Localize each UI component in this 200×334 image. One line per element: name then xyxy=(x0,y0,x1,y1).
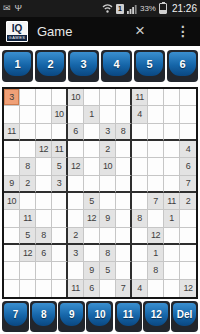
cell-r4c6[interactable] xyxy=(84,141,100,158)
cell-r9c11[interactable] xyxy=(164,228,180,245)
key-8[interactable]: 8 xyxy=(30,301,57,332)
cell-r9c3[interactable]: 8 xyxy=(36,228,52,245)
cell-r3c10[interactable] xyxy=(148,124,164,141)
cell-r8c9[interactable]: 8 xyxy=(132,210,148,227)
cell-r10c3[interactable]: 6 xyxy=(36,245,52,262)
cell-r10c1[interactable] xyxy=(4,245,20,262)
key-9[interactable]: 9 xyxy=(58,301,85,332)
cell-r9c8[interactable] xyxy=(116,228,132,245)
cell-r9c1[interactable] xyxy=(4,228,20,245)
cell-r12c9[interactable]: 4 xyxy=(132,280,148,297)
cell-r1c7[interactable] xyxy=(100,89,116,106)
cell-r7c7[interactable] xyxy=(100,193,116,210)
cell-r12c6[interactable]: 6 xyxy=(84,280,100,297)
cell-r11c7[interactable]: 5 xyxy=(100,262,116,279)
cell-r3c8[interactable]: 8 xyxy=(116,124,132,141)
cell-r1c12[interactable] xyxy=(180,89,196,106)
cell-r8c4[interactable] xyxy=(52,210,68,227)
cell-r9c9[interactable] xyxy=(132,228,148,245)
cell-r10c9[interactable] xyxy=(132,245,148,262)
cell-r3c1[interactable]: 11 xyxy=(4,124,20,141)
cell-r12c8[interactable]: 7 xyxy=(116,280,132,297)
cell-r3c11[interactable] xyxy=(164,124,180,141)
cell-r9c6[interactable] xyxy=(84,228,100,245)
cell-r8c12[interactable] xyxy=(180,210,196,227)
cell-r5c6[interactable] xyxy=(84,158,100,175)
cell-r4c12[interactable]: 4 xyxy=(180,141,196,158)
cell-r1c4[interactable] xyxy=(52,89,68,106)
cell-r11c9[interactable] xyxy=(132,262,148,279)
cell-r2c9[interactable]: 4 xyxy=(132,106,148,123)
cell-r5c2[interactable]: 8 xyxy=(20,158,36,175)
cell-r12c1[interactable] xyxy=(4,280,20,297)
cell-r11c11[interactable] xyxy=(164,262,180,279)
cell-r4c5[interactable] xyxy=(68,141,84,158)
cell-r4c7[interactable]: 2 xyxy=(100,141,116,158)
cell-r10c7[interactable]: 8 xyxy=(100,245,116,262)
key-face-4: 4 xyxy=(103,52,130,76)
wifi-icon xyxy=(102,4,113,13)
cell-r6c3[interactable] xyxy=(36,176,52,193)
keypad-top: 123456 xyxy=(0,50,200,82)
cell-r6c4[interactable]: 3 xyxy=(52,176,68,193)
cell-r8c8[interactable] xyxy=(116,210,132,227)
cell-r6c12[interactable]: 7 xyxy=(180,176,196,193)
cell-r12c4[interactable] xyxy=(52,280,68,297)
cell-r7c2[interactable] xyxy=(20,193,36,210)
cell-r11c4[interactable] xyxy=(52,262,68,279)
battery-icon xyxy=(159,3,167,14)
cell-r12c7[interactable] xyxy=(100,280,116,297)
cell-r5c1[interactable] xyxy=(4,158,20,175)
cell-r11c1[interactable] xyxy=(4,262,20,279)
cell-r8c10[interactable] xyxy=(148,210,164,227)
cell-r2c2[interactable] xyxy=(20,106,36,123)
logo-subtext: GAMES xyxy=(7,35,27,41)
logo-text: IQ xyxy=(12,22,23,35)
cell-r2c1[interactable] xyxy=(4,106,20,123)
cell-r11c2[interactable] xyxy=(20,262,36,279)
key-face-10: 10 xyxy=(88,303,111,326)
cell-r5c3[interactable] xyxy=(36,158,52,175)
key-10[interactable]: 10 xyxy=(86,301,113,332)
cell-r12c10[interactable] xyxy=(148,280,164,297)
cell-r5c11[interactable] xyxy=(164,158,180,175)
cell-r7c4[interactable] xyxy=(52,193,68,210)
cell-r7c9[interactable] xyxy=(132,193,148,210)
key-face-6: 6 xyxy=(169,52,196,76)
key-7[interactable]: 7 xyxy=(2,301,29,332)
cell-r4c1[interactable] xyxy=(4,141,20,158)
cell-r6c2[interactable]: 2 xyxy=(20,176,36,193)
key-face-del: Del xyxy=(173,303,196,326)
cell-r4c2[interactable] xyxy=(20,141,36,158)
key-face-12: 12 xyxy=(145,303,168,326)
cell-r7c1[interactable]: 10 xyxy=(4,193,20,210)
cell-r12c11[interactable] xyxy=(164,280,180,297)
cell-r4c9[interactable] xyxy=(132,141,148,158)
cell-r6c8[interactable] xyxy=(116,176,132,193)
cell-r4c3[interactable]: 12 xyxy=(36,141,52,158)
cell-r11c10[interactable]: 8 xyxy=(148,262,164,279)
cell-r8c1[interactable] xyxy=(4,210,20,227)
key-2[interactable]: 2 xyxy=(35,50,66,82)
cell-r2c10[interactable] xyxy=(148,106,164,123)
cell-r1c6[interactable] xyxy=(84,89,100,106)
cell-r3c5[interactable]: 6 xyxy=(68,124,84,141)
cell-r6c7[interactable] xyxy=(100,176,116,193)
cell-r1c1[interactable]: 3 xyxy=(4,89,20,106)
cell-r11c5[interactable] xyxy=(68,262,84,279)
cell-r7c6[interactable]: 5 xyxy=(84,193,100,210)
keypad-bottom: 789101112Del xyxy=(0,301,200,332)
cell-r7c11[interactable]: 11 xyxy=(164,193,180,210)
cell-r11c3[interactable] xyxy=(36,262,52,279)
key-4[interactable]: 4 xyxy=(101,50,132,82)
cell-r12c12[interactable]: 12 xyxy=(180,280,196,297)
cell-r10c10[interactable]: 1 xyxy=(148,245,164,262)
key-face-8: 8 xyxy=(32,303,55,326)
cell-r7c10[interactable]: 7 xyxy=(148,193,164,210)
cell-r10c11[interactable] xyxy=(164,245,180,262)
cell-r1c11[interactable] xyxy=(164,89,180,106)
cell-r8c11[interactable]: 1 xyxy=(164,210,180,227)
cell-r6c6[interactable] xyxy=(84,176,100,193)
page-title: Game xyxy=(37,24,72,39)
key-11[interactable]: 11 xyxy=(115,301,142,332)
message-icon: ✉ xyxy=(3,4,11,13)
cell-r6c5[interactable] xyxy=(68,176,84,193)
cell-r3c4[interactable] xyxy=(52,124,68,141)
cell-r1c9[interactable]: 11 xyxy=(132,89,148,106)
status-bar: ✉ Ψ 1 33% 21:26 xyxy=(0,0,200,17)
cell-r5c7[interactable]: 10 xyxy=(100,158,116,175)
cell-r2c5[interactable] xyxy=(68,106,84,123)
cell-r3c7[interactable]: 3 xyxy=(100,124,116,141)
battery-percent: 33% xyxy=(140,4,156,13)
cell-r1c5[interactable]: 10 xyxy=(68,89,84,106)
cell-r3c3[interactable] xyxy=(36,124,52,141)
cell-r10c4[interactable] xyxy=(52,245,68,262)
key-6[interactable]: 6 xyxy=(167,50,198,82)
iq-games-logo: IQ GAMES xyxy=(6,21,28,42)
cell-r9c4[interactable] xyxy=(52,228,68,245)
app-bar: IQ GAMES Game × ⋮ xyxy=(0,17,200,46)
cell-r9c12[interactable] xyxy=(180,228,196,245)
cell-r3c2[interactable] xyxy=(20,124,36,141)
cell-r5c4[interactable]: 5 xyxy=(52,158,68,175)
cell-r2c3[interactable] xyxy=(36,106,52,123)
cell-r10c2[interactable]: 12 xyxy=(20,245,36,262)
sim-badge: 1 xyxy=(116,4,124,14)
cell-r9c10[interactable]: 12 xyxy=(148,228,164,245)
cell-r6c10[interactable] xyxy=(148,176,164,193)
key-face-9: 9 xyxy=(60,303,83,326)
cell-r12c5[interactable]: 11 xyxy=(68,280,84,297)
cell-r1c10[interactable] xyxy=(148,89,164,106)
cell-r3c6[interactable] xyxy=(84,124,100,141)
cell-r4c11[interactable] xyxy=(164,141,180,158)
cell-r8c3[interactable] xyxy=(36,210,52,227)
signal-icon xyxy=(127,4,137,14)
cell-r8c6[interactable]: 12 xyxy=(84,210,100,227)
cell-r9c7[interactable] xyxy=(100,228,116,245)
key-12[interactable]: 12 xyxy=(143,301,170,332)
cell-r8c2[interactable]: 11 xyxy=(20,210,36,227)
cell-r3c12[interactable] xyxy=(180,124,196,141)
key-face-2: 2 xyxy=(37,52,64,76)
cell-r5c8[interactable] xyxy=(116,158,132,175)
cell-r6c1[interactable]: 9 xyxy=(4,176,20,193)
cell-r1c2[interactable] xyxy=(20,89,36,106)
cell-r6c9[interactable] xyxy=(132,176,148,193)
cell-r1c8[interactable] xyxy=(116,89,132,106)
usb-icon: Ψ xyxy=(15,4,23,13)
cell-r2c6[interactable]: 1 xyxy=(84,106,100,123)
key-face-5: 5 xyxy=(136,52,163,76)
cell-r1c3[interactable] xyxy=(36,89,52,106)
cell-r10c12[interactable] xyxy=(180,245,196,262)
cell-r11c12[interactable] xyxy=(180,262,196,279)
overflow-menu-icon[interactable]: ⋮ xyxy=(176,21,188,41)
cell-r7c5[interactable] xyxy=(68,193,84,210)
key-face-7: 7 xyxy=(4,303,27,326)
cell-r2c11[interactable] xyxy=(164,106,180,123)
cell-r10c8[interactable] xyxy=(116,245,132,262)
cell-r12c2[interactable] xyxy=(20,280,36,297)
cell-r8c5[interactable] xyxy=(68,210,84,227)
key-face-1: 1 xyxy=(4,52,31,76)
cell-r5c10[interactable] xyxy=(148,158,164,175)
cell-r6c11[interactable] xyxy=(164,176,180,193)
cell-r7c8[interactable] xyxy=(116,193,132,210)
cell-r5c5[interactable]: 12 xyxy=(68,158,84,175)
cell-r5c9[interactable] xyxy=(132,158,148,175)
sudoku-board: 3101110141163812112485121069237105711211… xyxy=(2,87,198,299)
cell-r11c8[interactable] xyxy=(116,262,132,279)
key-5[interactable]: 5 xyxy=(134,50,165,82)
cell-r7c3[interactable] xyxy=(36,193,52,210)
cell-r9c5[interactable]: 2 xyxy=(68,228,84,245)
cell-r9c2[interactable]: 5 xyxy=(20,228,36,245)
cell-r12c3[interactable] xyxy=(36,280,52,297)
cell-r10c5[interactable]: 3 xyxy=(68,245,84,262)
cell-r2c4[interactable]: 10 xyxy=(52,106,68,123)
cell-r2c7[interactable] xyxy=(100,106,116,123)
cell-r8c7[interactable]: 9 xyxy=(100,210,116,227)
key-del[interactable]: Del xyxy=(171,301,198,332)
key-face-11: 11 xyxy=(117,303,140,326)
cell-r4c10[interactable] xyxy=(148,141,164,158)
cell-r11c6[interactable]: 9 xyxy=(84,262,100,279)
cell-r2c12[interactable] xyxy=(180,106,196,123)
key-3[interactable]: 3 xyxy=(68,50,99,82)
cell-r5c12[interactable]: 6 xyxy=(180,158,196,175)
cell-r10c6[interactable] xyxy=(84,245,100,262)
cell-r7c12[interactable]: 2 xyxy=(180,193,196,210)
cell-r4c4[interactable]: 11 xyxy=(52,141,68,158)
cell-r2c8[interactable] xyxy=(116,106,132,123)
key-face-3: 3 xyxy=(70,52,97,76)
cell-r3c9[interactable] xyxy=(132,124,148,141)
key-1[interactable]: 1 xyxy=(2,50,33,82)
clock: 21:26 xyxy=(172,3,197,14)
cell-r4c8[interactable] xyxy=(116,141,132,158)
close-icon[interactable]: × xyxy=(130,21,150,41)
